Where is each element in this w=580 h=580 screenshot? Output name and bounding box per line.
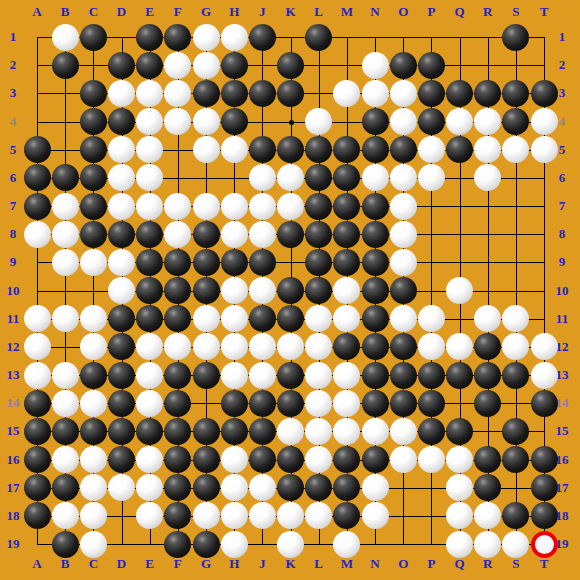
black-stone-D16 bbox=[108, 446, 135, 473]
white-stone-B1 bbox=[52, 24, 79, 51]
row-label-right-2: 2 bbox=[559, 57, 566, 73]
row-label-right-10: 10 bbox=[556, 283, 569, 299]
white-stone-R19 bbox=[474, 531, 501, 558]
black-stone-R12 bbox=[474, 333, 501, 360]
black-stone-A14 bbox=[24, 390, 51, 417]
row-label-left-16: 16 bbox=[7, 452, 20, 468]
white-stone-L18 bbox=[305, 502, 332, 529]
white-stone-G12 bbox=[193, 333, 220, 360]
black-stone-H3 bbox=[221, 80, 248, 107]
black-stone-G8 bbox=[193, 221, 220, 248]
white-stone-E16 bbox=[136, 446, 163, 473]
row-label-left-6: 6 bbox=[10, 170, 17, 186]
white-stone-O9 bbox=[390, 249, 417, 276]
black-stone-D12 bbox=[108, 333, 135, 360]
black-stone-D8 bbox=[108, 221, 135, 248]
row-label-left-18: 18 bbox=[7, 508, 20, 524]
white-stone-E17 bbox=[136, 474, 163, 501]
black-stone-N16 bbox=[362, 446, 389, 473]
white-stone-B11 bbox=[52, 305, 79, 332]
white-stone-S12 bbox=[502, 333, 529, 360]
go-board[interactable]: AABBCCDDEEFFGGHHJJKKLLMMNNOOPPQQRRSSTT11… bbox=[0, 0, 580, 580]
black-stone-M17 bbox=[333, 474, 360, 501]
col-label-bottom-G: G bbox=[201, 556, 211, 572]
black-stone-F17 bbox=[164, 474, 191, 501]
row-label-left-4: 4 bbox=[10, 114, 17, 130]
black-stone-M8 bbox=[333, 221, 360, 248]
black-stone-G15 bbox=[193, 418, 220, 445]
white-stone-E14 bbox=[136, 390, 163, 417]
white-stone-D5 bbox=[108, 136, 135, 163]
black-stone-T17 bbox=[531, 474, 558, 501]
black-stone-K16 bbox=[277, 446, 304, 473]
row-label-left-10: 10 bbox=[7, 283, 20, 299]
white-stone-T4 bbox=[531, 108, 558, 135]
white-stone-P16 bbox=[418, 446, 445, 473]
black-stone-J3 bbox=[249, 80, 276, 107]
row-label-right-1: 1 bbox=[559, 29, 566, 45]
black-stone-L1 bbox=[305, 24, 332, 51]
row-label-right-8: 8 bbox=[559, 226, 566, 242]
black-stone-H9 bbox=[221, 249, 248, 276]
black-stone-C7 bbox=[80, 193, 107, 220]
black-stone-E1 bbox=[136, 24, 163, 51]
white-stone-B13 bbox=[52, 362, 79, 389]
black-stone-S4 bbox=[502, 108, 529, 135]
row-label-right-11: 11 bbox=[556, 311, 568, 327]
white-stone-O4 bbox=[390, 108, 417, 135]
black-stone-G10 bbox=[193, 277, 220, 304]
white-stone-O11 bbox=[390, 305, 417, 332]
white-stone-E4 bbox=[136, 108, 163, 135]
white-stone-A8 bbox=[24, 221, 51, 248]
white-stone-R6 bbox=[474, 164, 501, 191]
white-stone-F7 bbox=[164, 193, 191, 220]
white-stone-E13 bbox=[136, 362, 163, 389]
black-stone-N11 bbox=[362, 305, 389, 332]
col-label-top-G: G bbox=[201, 4, 211, 20]
black-stone-J11 bbox=[249, 305, 276, 332]
black-stone-L7 bbox=[305, 193, 332, 220]
black-stone-S15 bbox=[502, 418, 529, 445]
black-stone-C3 bbox=[80, 80, 107, 107]
black-stone-L6 bbox=[305, 164, 332, 191]
white-stone-O15 bbox=[390, 418, 417, 445]
black-stone-T18 bbox=[531, 502, 558, 529]
white-stone-K15 bbox=[277, 418, 304, 445]
white-stone-H16 bbox=[221, 446, 248, 473]
white-stone-G11 bbox=[193, 305, 220, 332]
white-stone-H11 bbox=[221, 305, 248, 332]
black-stone-S16 bbox=[502, 446, 529, 473]
white-stone-E5 bbox=[136, 136, 163, 163]
black-stone-E9 bbox=[136, 249, 163, 276]
black-stone-E15 bbox=[136, 418, 163, 445]
white-stone-N15 bbox=[362, 418, 389, 445]
black-stone-O12 bbox=[390, 333, 417, 360]
black-stone-M6 bbox=[333, 164, 360, 191]
white-stone-R4 bbox=[474, 108, 501, 135]
black-stone-K5 bbox=[277, 136, 304, 163]
white-stone-P11 bbox=[418, 305, 445, 332]
row-label-right-5: 5 bbox=[559, 142, 566, 158]
white-stone-H19 bbox=[221, 531, 248, 558]
row-label-left-2: 2 bbox=[10, 57, 17, 73]
row-label-right-7: 7 bbox=[559, 198, 566, 214]
black-stone-K2 bbox=[277, 52, 304, 79]
col-label-bottom-A: A bbox=[32, 556, 41, 572]
white-stone-D9 bbox=[108, 249, 135, 276]
row-label-left-19: 19 bbox=[7, 536, 20, 552]
black-stone-O14 bbox=[390, 390, 417, 417]
white-stone-E18 bbox=[136, 502, 163, 529]
white-stone-O3 bbox=[390, 80, 417, 107]
white-stone-F4 bbox=[164, 108, 191, 135]
col-label-bottom-F: F bbox=[174, 556, 182, 572]
white-stone-H18 bbox=[221, 502, 248, 529]
black-stone-C4 bbox=[80, 108, 107, 135]
row-label-right-3: 3 bbox=[559, 85, 566, 101]
col-label-top-B: B bbox=[61, 4, 70, 20]
row-label-right-9: 9 bbox=[559, 254, 566, 270]
white-stone-F3 bbox=[164, 80, 191, 107]
black-stone-E8 bbox=[136, 221, 163, 248]
black-stone-K13 bbox=[277, 362, 304, 389]
black-stone-O10 bbox=[390, 277, 417, 304]
black-stone-F1 bbox=[164, 24, 191, 51]
col-label-bottom-R: R bbox=[483, 556, 492, 572]
black-stone-L10 bbox=[305, 277, 332, 304]
white-stone-B14 bbox=[52, 390, 79, 417]
black-stone-K3 bbox=[277, 80, 304, 107]
white-stone-J12 bbox=[249, 333, 276, 360]
white-stone-D6 bbox=[108, 164, 135, 191]
black-stone-N8 bbox=[362, 221, 389, 248]
black-stone-S1 bbox=[502, 24, 529, 51]
col-label-top-P: P bbox=[427, 4, 435, 20]
black-stone-N13 bbox=[362, 362, 389, 389]
white-stone-M10 bbox=[333, 277, 360, 304]
row-label-left-17: 17 bbox=[7, 480, 20, 496]
white-stone-G5 bbox=[193, 136, 220, 163]
black-stone-K10 bbox=[277, 277, 304, 304]
star-point-K4 bbox=[289, 120, 294, 125]
white-stone-D10 bbox=[108, 277, 135, 304]
white-stone-Q10 bbox=[446, 277, 473, 304]
row-label-right-15: 15 bbox=[556, 423, 569, 439]
black-stone-F10 bbox=[164, 277, 191, 304]
black-stone-M12 bbox=[333, 333, 360, 360]
white-stone-G7 bbox=[193, 193, 220, 220]
black-stone-R17 bbox=[474, 474, 501, 501]
col-label-bottom-M: M bbox=[341, 556, 353, 572]
col-label-bottom-C: C bbox=[89, 556, 98, 572]
white-stone-Q19 bbox=[446, 531, 473, 558]
col-label-bottom-K: K bbox=[285, 556, 295, 572]
black-stone-C5 bbox=[80, 136, 107, 163]
black-stone-M18 bbox=[333, 502, 360, 529]
white-stone-N18 bbox=[362, 502, 389, 529]
black-stone-L17 bbox=[305, 474, 332, 501]
white-stone-L11 bbox=[305, 305, 332, 332]
black-stone-F14 bbox=[164, 390, 191, 417]
white-stone-L4 bbox=[305, 108, 332, 135]
white-stone-K7 bbox=[277, 193, 304, 220]
col-label-top-C: C bbox=[89, 4, 98, 20]
black-stone-R3 bbox=[474, 80, 501, 107]
black-stone-Q13 bbox=[446, 362, 473, 389]
white-stone-G18 bbox=[193, 502, 220, 529]
white-stone-A12 bbox=[24, 333, 51, 360]
col-label-top-J: J bbox=[259, 4, 266, 20]
black-stone-O2 bbox=[390, 52, 417, 79]
white-stone-F8 bbox=[164, 221, 191, 248]
black-stone-G16 bbox=[193, 446, 220, 473]
black-stone-T3 bbox=[531, 80, 558, 107]
col-label-bottom-J: J bbox=[259, 556, 266, 572]
black-stone-H14 bbox=[221, 390, 248, 417]
white-stone-E7 bbox=[136, 193, 163, 220]
white-stone-B9 bbox=[52, 249, 79, 276]
black-stone-S18 bbox=[502, 502, 529, 529]
row-label-left-15: 15 bbox=[7, 423, 20, 439]
white-stone-R11 bbox=[474, 305, 501, 332]
col-label-top-T: T bbox=[540, 4, 549, 20]
white-stone-M3 bbox=[333, 80, 360, 107]
col-label-top-F: F bbox=[174, 4, 182, 20]
black-stone-G9 bbox=[193, 249, 220, 276]
col-label-top-R: R bbox=[483, 4, 492, 20]
white-stone-K6 bbox=[277, 164, 304, 191]
black-stone-K8 bbox=[277, 221, 304, 248]
white-stone-O7 bbox=[390, 193, 417, 220]
black-stone-Q5 bbox=[446, 136, 473, 163]
black-stone-K17 bbox=[277, 474, 304, 501]
white-stone-R5 bbox=[474, 136, 501, 163]
white-stone-Q16 bbox=[446, 446, 473, 473]
black-stone-F11 bbox=[164, 305, 191, 332]
black-stone-B6 bbox=[52, 164, 79, 191]
black-stone-B15 bbox=[52, 418, 79, 445]
black-stone-J14 bbox=[249, 390, 276, 417]
col-label-bottom-L: L bbox=[314, 556, 323, 572]
row-label-left-7: 7 bbox=[10, 198, 17, 214]
white-stone-K18 bbox=[277, 502, 304, 529]
black-stone-O13 bbox=[390, 362, 417, 389]
black-stone-A7 bbox=[24, 193, 51, 220]
black-stone-J16 bbox=[249, 446, 276, 473]
white-stone-B7 bbox=[52, 193, 79, 220]
last-move-marker-T19 bbox=[531, 531, 558, 558]
white-stone-J10 bbox=[249, 277, 276, 304]
white-stone-C17 bbox=[80, 474, 107, 501]
white-stone-E3 bbox=[136, 80, 163, 107]
col-label-top-M: M bbox=[341, 4, 353, 20]
row-label-left-3: 3 bbox=[10, 85, 17, 101]
black-stone-F15 bbox=[164, 418, 191, 445]
white-stone-J13 bbox=[249, 362, 276, 389]
white-stone-B8 bbox=[52, 221, 79, 248]
col-label-bottom-S: S bbox=[512, 556, 519, 572]
black-stone-F19 bbox=[164, 531, 191, 558]
white-stone-O8 bbox=[390, 221, 417, 248]
row-label-left-11: 11 bbox=[7, 311, 19, 327]
white-stone-S19 bbox=[502, 531, 529, 558]
col-label-bottom-B: B bbox=[61, 556, 70, 572]
black-stone-A15 bbox=[24, 418, 51, 445]
black-stone-M7 bbox=[333, 193, 360, 220]
black-stone-A16 bbox=[24, 446, 51, 473]
black-stone-D4 bbox=[108, 108, 135, 135]
black-stone-P13 bbox=[418, 362, 445, 389]
black-stone-R13 bbox=[474, 362, 501, 389]
col-label-top-S: S bbox=[512, 4, 519, 20]
black-stone-P14 bbox=[418, 390, 445, 417]
white-stone-F12 bbox=[164, 333, 191, 360]
black-stone-P3 bbox=[418, 80, 445, 107]
white-stone-C16 bbox=[80, 446, 107, 473]
white-stone-K12 bbox=[277, 333, 304, 360]
white-stone-Q12 bbox=[446, 333, 473, 360]
white-stone-M13 bbox=[333, 362, 360, 389]
black-stone-M5 bbox=[333, 136, 360, 163]
row-label-left-12: 12 bbox=[7, 339, 20, 355]
black-stone-C15 bbox=[80, 418, 107, 445]
black-stone-H2 bbox=[221, 52, 248, 79]
white-stone-C12 bbox=[80, 333, 107, 360]
white-stone-T5 bbox=[531, 136, 558, 163]
white-stone-H8 bbox=[221, 221, 248, 248]
white-stone-E12 bbox=[136, 333, 163, 360]
black-stone-A17 bbox=[24, 474, 51, 501]
black-stone-B2 bbox=[52, 52, 79, 79]
col-label-top-N: N bbox=[370, 4, 379, 20]
black-stone-S13 bbox=[502, 362, 529, 389]
col-label-top-D: D bbox=[117, 4, 126, 20]
black-stone-C8 bbox=[80, 221, 107, 248]
white-stone-C11 bbox=[80, 305, 107, 332]
black-stone-B19 bbox=[52, 531, 79, 558]
white-stone-J6 bbox=[249, 164, 276, 191]
black-stone-E11 bbox=[136, 305, 163, 332]
white-stone-P12 bbox=[418, 333, 445, 360]
black-stone-O5 bbox=[390, 136, 417, 163]
col-label-bottom-O: O bbox=[398, 556, 408, 572]
row-label-left-5: 5 bbox=[10, 142, 17, 158]
white-stone-N2 bbox=[362, 52, 389, 79]
black-stone-H4 bbox=[221, 108, 248, 135]
black-stone-K14 bbox=[277, 390, 304, 417]
white-stone-G2 bbox=[193, 52, 220, 79]
white-stone-O16 bbox=[390, 446, 417, 473]
white-stone-H1 bbox=[221, 24, 248, 51]
white-stone-D17 bbox=[108, 474, 135, 501]
row-label-left-8: 8 bbox=[10, 226, 17, 242]
row-label-right-6: 6 bbox=[559, 170, 566, 186]
white-stone-J7 bbox=[249, 193, 276, 220]
white-stone-H13 bbox=[221, 362, 248, 389]
black-stone-N4 bbox=[362, 108, 389, 135]
row-label-left-13: 13 bbox=[7, 367, 20, 383]
black-stone-S3 bbox=[502, 80, 529, 107]
black-stone-D15 bbox=[108, 418, 135, 445]
white-stone-B16 bbox=[52, 446, 79, 473]
black-stone-D11 bbox=[108, 305, 135, 332]
black-stone-J5 bbox=[249, 136, 276, 163]
black-stone-E2 bbox=[136, 52, 163, 79]
white-stone-A13 bbox=[24, 362, 51, 389]
white-stone-R18 bbox=[474, 502, 501, 529]
row-label-left-1: 1 bbox=[10, 29, 17, 45]
white-stone-H12 bbox=[221, 333, 248, 360]
black-stone-L8 bbox=[305, 221, 332, 248]
white-stone-C14 bbox=[80, 390, 107, 417]
black-stone-R14 bbox=[474, 390, 501, 417]
black-stone-C1 bbox=[80, 24, 107, 51]
col-label-bottom-E: E bbox=[145, 556, 154, 572]
white-stone-S11 bbox=[502, 305, 529, 332]
black-stone-F18 bbox=[164, 502, 191, 529]
white-stone-D3 bbox=[108, 80, 135, 107]
white-stone-D7 bbox=[108, 193, 135, 220]
black-stone-M9 bbox=[333, 249, 360, 276]
black-stone-R16 bbox=[474, 446, 501, 473]
white-stone-H10 bbox=[221, 277, 248, 304]
white-stone-L14 bbox=[305, 390, 332, 417]
white-stone-M15 bbox=[333, 418, 360, 445]
white-stone-H5 bbox=[221, 136, 248, 163]
black-stone-Q3 bbox=[446, 80, 473, 107]
row-label-left-14: 14 bbox=[7, 395, 20, 411]
col-label-top-A: A bbox=[32, 4, 41, 20]
black-stone-A6 bbox=[24, 164, 51, 191]
white-stone-C18 bbox=[80, 502, 107, 529]
black-stone-J9 bbox=[249, 249, 276, 276]
black-stone-F9 bbox=[164, 249, 191, 276]
row-label-right-4: 4 bbox=[559, 114, 566, 130]
col-label-top-E: E bbox=[145, 4, 154, 20]
black-stone-M16 bbox=[333, 446, 360, 473]
white-stone-T13 bbox=[531, 362, 558, 389]
col-label-top-O: O bbox=[398, 4, 408, 20]
black-stone-N14 bbox=[362, 390, 389, 417]
black-stone-J1 bbox=[249, 24, 276, 51]
white-stone-J8 bbox=[249, 221, 276, 248]
white-stone-C19 bbox=[80, 531, 107, 558]
black-stone-B17 bbox=[52, 474, 79, 501]
white-stone-L15 bbox=[305, 418, 332, 445]
white-stone-L13 bbox=[305, 362, 332, 389]
white-stone-G4 bbox=[193, 108, 220, 135]
white-stone-K19 bbox=[277, 531, 304, 558]
row-label-left-9: 9 bbox=[10, 254, 17, 270]
black-stone-A18 bbox=[24, 502, 51, 529]
white-stone-C9 bbox=[80, 249, 107, 276]
white-stone-P5 bbox=[418, 136, 445, 163]
col-label-bottom-H: H bbox=[229, 556, 239, 572]
white-stone-E6 bbox=[136, 164, 163, 191]
white-stone-N6 bbox=[362, 164, 389, 191]
white-stone-Q17 bbox=[446, 474, 473, 501]
col-label-bottom-D: D bbox=[117, 556, 126, 572]
black-stone-F13 bbox=[164, 362, 191, 389]
black-stone-G17 bbox=[193, 474, 220, 501]
black-stone-G13 bbox=[193, 362, 220, 389]
col-label-bottom-Q: Q bbox=[454, 556, 464, 572]
white-stone-B18 bbox=[52, 502, 79, 529]
col-label-top-L: L bbox=[314, 4, 323, 20]
black-stone-N12 bbox=[362, 333, 389, 360]
